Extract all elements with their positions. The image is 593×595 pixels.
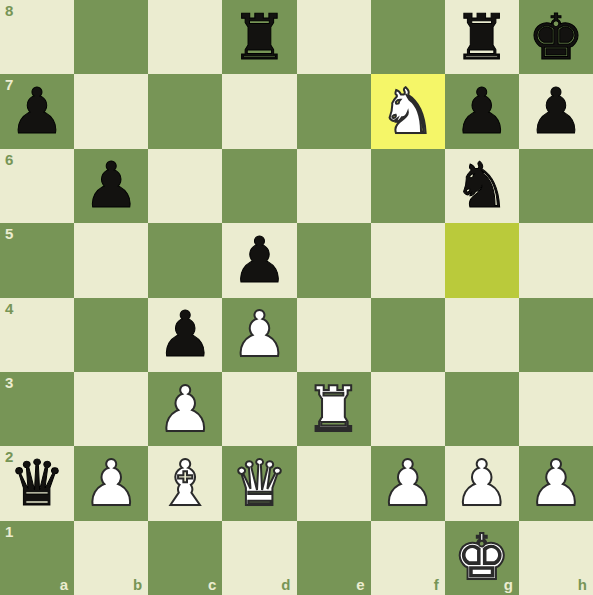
white-king[interactable]: ♚ xyxy=(454,526,510,589)
square-c4[interactable]: ♟ xyxy=(148,298,222,372)
rank-label: 2 xyxy=(5,449,13,464)
square-g3[interactable] xyxy=(445,372,519,446)
white-bishop[interactable]: ♝ xyxy=(157,452,213,515)
white-pawn[interactable]: ♟ xyxy=(83,452,139,515)
file-label: a xyxy=(60,577,68,592)
file-label: h xyxy=(578,577,587,592)
square-c6[interactable] xyxy=(148,149,222,223)
square-h3[interactable] xyxy=(519,372,593,446)
square-d6[interactable] xyxy=(222,149,296,223)
square-a4[interactable]: 4 xyxy=(0,298,74,372)
square-a5[interactable]: 5 xyxy=(0,223,74,297)
square-d7[interactable] xyxy=(222,74,296,148)
rank-label: 1 xyxy=(5,524,13,539)
file-label: f xyxy=(434,577,439,592)
square-g4[interactable] xyxy=(445,298,519,372)
black-queen[interactable]: ♛ xyxy=(9,452,65,515)
square-e5[interactable] xyxy=(297,223,371,297)
square-g6[interactable]: ♞ xyxy=(445,149,519,223)
square-e1[interactable]: e xyxy=(297,521,371,595)
white-pawn[interactable]: ♟ xyxy=(454,452,510,515)
square-g5[interactable] xyxy=(445,223,519,297)
rank-label: 4 xyxy=(5,301,13,316)
square-h2[interactable]: ♟ xyxy=(519,446,593,520)
square-f7[interactable]: ♞ xyxy=(371,74,445,148)
white-queen[interactable]: ♛ xyxy=(231,452,287,515)
square-f3[interactable] xyxy=(371,372,445,446)
square-b8[interactable] xyxy=(74,0,148,74)
square-f5[interactable] xyxy=(371,223,445,297)
file-label: d xyxy=(281,577,290,592)
black-rook[interactable]: ♜ xyxy=(454,6,510,69)
square-g1[interactable]: g♚ xyxy=(445,521,519,595)
square-h5[interactable] xyxy=(519,223,593,297)
square-e3[interactable]: ♜ xyxy=(297,372,371,446)
square-d4[interactable]: ♟ xyxy=(222,298,296,372)
black-king[interactable]: ♚ xyxy=(528,6,584,69)
white-pawn[interactable]: ♟ xyxy=(231,303,287,366)
black-pawn[interactable]: ♟ xyxy=(83,154,139,217)
rank-label: 8 xyxy=(5,3,13,18)
white-rook[interactable]: ♜ xyxy=(305,378,361,441)
file-label: c xyxy=(208,577,216,592)
square-h7[interactable]: ♟ xyxy=(519,74,593,148)
file-label: e xyxy=(356,577,364,592)
rank-label: 3 xyxy=(5,375,13,390)
black-pawn[interactable]: ♟ xyxy=(528,80,584,143)
square-f8[interactable] xyxy=(371,0,445,74)
white-pawn[interactable]: ♟ xyxy=(528,452,584,515)
square-b6[interactable]: ♟ xyxy=(74,149,148,223)
white-pawn[interactable]: ♟ xyxy=(379,452,435,515)
chess-board: 8♜♜♚7♟♞♟♟6♟♞5♟4♟♟3♟♜2♛♟♝♛♟♟♟1abcdefg♚h xyxy=(0,0,593,595)
square-b2[interactable]: ♟ xyxy=(74,446,148,520)
square-d3[interactable] xyxy=(222,372,296,446)
black-pawn[interactable]: ♟ xyxy=(231,229,287,292)
file-label: g xyxy=(504,577,513,592)
square-e2[interactable] xyxy=(297,446,371,520)
square-h6[interactable] xyxy=(519,149,593,223)
square-h4[interactable] xyxy=(519,298,593,372)
square-c5[interactable] xyxy=(148,223,222,297)
square-a2[interactable]: 2♛ xyxy=(0,446,74,520)
square-h8[interactable]: ♚ xyxy=(519,0,593,74)
black-pawn[interactable]: ♟ xyxy=(9,80,65,143)
square-d5[interactable]: ♟ xyxy=(222,223,296,297)
black-rook[interactable]: ♜ xyxy=(231,6,287,69)
square-a8[interactable]: 8 xyxy=(0,0,74,74)
square-c8[interactable] xyxy=(148,0,222,74)
rank-label: 5 xyxy=(5,226,13,241)
square-g2[interactable]: ♟ xyxy=(445,446,519,520)
square-a7[interactable]: 7♟ xyxy=(0,74,74,148)
square-d2[interactable]: ♛ xyxy=(222,446,296,520)
square-c3[interactable]: ♟ xyxy=(148,372,222,446)
square-a6[interactable]: 6 xyxy=(0,149,74,223)
square-d8[interactable]: ♜ xyxy=(222,0,296,74)
square-b3[interactable] xyxy=(74,372,148,446)
square-e8[interactable] xyxy=(297,0,371,74)
square-a3[interactable]: 3 xyxy=(0,372,74,446)
square-f4[interactable] xyxy=(371,298,445,372)
white-pawn[interactable]: ♟ xyxy=(157,378,213,441)
square-e7[interactable] xyxy=(297,74,371,148)
black-pawn[interactable]: ♟ xyxy=(454,80,510,143)
square-g8[interactable]: ♜ xyxy=(445,0,519,74)
square-b7[interactable] xyxy=(74,74,148,148)
square-e4[interactable] xyxy=(297,298,371,372)
square-g7[interactable]: ♟ xyxy=(445,74,519,148)
square-f1[interactable]: f xyxy=(371,521,445,595)
square-e6[interactable] xyxy=(297,149,371,223)
square-b5[interactable] xyxy=(74,223,148,297)
square-c7[interactable] xyxy=(148,74,222,148)
black-knight[interactable]: ♞ xyxy=(454,154,510,217)
file-label: b xyxy=(133,577,142,592)
square-b1[interactable]: b xyxy=(74,521,148,595)
rank-label: 6 xyxy=(5,152,13,167)
white-knight[interactable]: ♞ xyxy=(379,80,435,143)
square-a1[interactable]: 1a xyxy=(0,521,74,595)
square-h1[interactable]: h xyxy=(519,521,593,595)
square-d1[interactable]: d xyxy=(222,521,296,595)
square-b4[interactable] xyxy=(74,298,148,372)
rank-label: 7 xyxy=(5,77,13,92)
square-f2[interactable]: ♟ xyxy=(371,446,445,520)
square-f6[interactable] xyxy=(371,149,445,223)
square-c1[interactable]: c xyxy=(148,521,222,595)
square-c2[interactable]: ♝ xyxy=(148,446,222,520)
black-pawn[interactable]: ♟ xyxy=(157,303,213,366)
